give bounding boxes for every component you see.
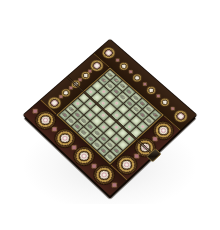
- pink-inlay-accent: [116, 59, 119, 62]
- pink-inlay-accent: [69, 87, 72, 90]
- pink-inlay-accent: [171, 107, 174, 110]
- square-e6[interactable]: [117, 104, 128, 114]
- pink-inlay-accent: [143, 82, 146, 85]
- pink-inlay-accent: [129, 70, 132, 73]
- pink-inlay-accent: [157, 95, 160, 98]
- pink-inlay-accent: [34, 109, 38, 113]
- pearl-medallion-ornament: [172, 108, 189, 123]
- product-photo-stage: ♜♞♝♛♚♝♞♜♟♟♟♟♟♟♟♟♟♟♟♟♟♟♟♟♜♞♝♛♚♝♞♜: [0, 0, 220, 230]
- pink-inlay-accent: [79, 78, 82, 81]
- pink-inlay-accent: [59, 95, 62, 98]
- scene: ♜♞♝♛♚♝♞♜♟♟♟♟♟♟♟♟♟♟♟♟♟♟♟♟♜♞♝♛♚♝♞♜: [0, 0, 220, 230]
- chess-board: ♜♞♝♛♚♝♞♜♟♟♟♟♟♟♟♟♟♟♟♟♟♟♟♟♜♞♝♛♚♝♞♜: [24, 40, 197, 196]
- pink-inlay-accent: [72, 145, 76, 149]
- pearl-medallion-ornament: [101, 46, 117, 60]
- pink-inlay-accent: [112, 182, 116, 186]
- pink-inlay-accent: [53, 127, 57, 131]
- pink-inlay-accent: [134, 154, 138, 158]
- pearl-rosette-medallion: [53, 127, 77, 149]
- light-pawn-glyph: ♟: [145, 113, 153, 122]
- pearl-medallion-ornament: [118, 61, 129, 71]
- pink-inlay-accent: [89, 70, 92, 73]
- pearl-medallion-ornament: [160, 97, 171, 107]
- pink-inlay-accent: [153, 137, 157, 141]
- pink-inlay-accent: [92, 164, 96, 168]
